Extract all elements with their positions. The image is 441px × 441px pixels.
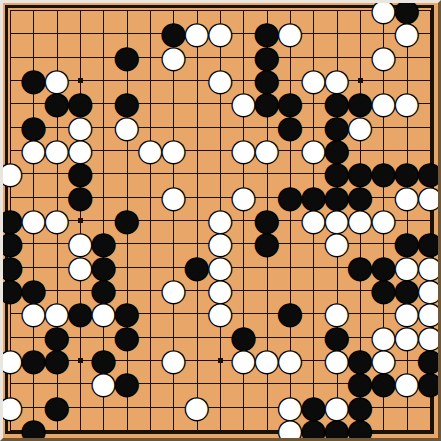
stone-white[interactable]: ●: [162, 138, 185, 161]
stone-white[interactable]: ●: [162, 278, 185, 301]
stone-black[interactable]: ●: [45, 348, 68, 371]
stone-white[interactable]: ●: [372, 208, 395, 231]
stone-black[interactable]: ●: [68, 302, 91, 325]
stone-black[interactable]: ●: [115, 372, 138, 395]
stone-white[interactable]: ●: [45, 208, 68, 231]
stone-white[interactable]: ●: [302, 138, 325, 161]
stone-white[interactable]: ●: [0, 348, 22, 371]
stone-white[interactable]: ●: [45, 138, 68, 161]
stone-white[interactable]: ●: [395, 372, 418, 395]
stone-white[interactable]: ●: [395, 92, 418, 115]
stone-white[interactable]: ●: [0, 162, 22, 185]
stone-white[interactable]: ●: [0, 395, 22, 418]
stone-white[interactable]: ●: [232, 348, 255, 371]
stone-black[interactable]: ●: [185, 255, 208, 278]
stone-white[interactable]: ●: [395, 185, 418, 208]
go-board[interactable]: ●●●●●●●●●●●●●●●●●●●●●●●●●●●●●●●●●●●●●●●●…: [0, 0, 441, 441]
stone-black[interactable]: ●: [255, 92, 278, 115]
stone-white[interactable]: ●: [68, 255, 91, 278]
stone-white[interactable]: ●: [208, 302, 231, 325]
stone-black[interactable]: ●: [278, 115, 301, 138]
stone-white[interactable]: ●: [22, 302, 45, 325]
stone-white[interactable]: ●: [162, 185, 185, 208]
stone-white[interactable]: ●: [278, 22, 301, 45]
stone-black[interactable]: ●: [278, 185, 301, 208]
stone-white[interactable]: ●: [255, 348, 278, 371]
stone-black[interactable]: ●: [115, 45, 138, 68]
stone-black[interactable]: ●: [372, 162, 395, 185]
stone-white[interactable]: ●: [255, 138, 278, 161]
stones-layer: ●●●●●●●●●●●●●●●●●●●●●●●●●●●●●●●●●●●●●●●●…: [0, 0, 441, 441]
stone-white[interactable]: ●: [278, 418, 301, 441]
stone-black[interactable]: ●: [372, 278, 395, 301]
stone-white[interactable]: ●: [232, 185, 255, 208]
stone-white[interactable]: ●: [372, 92, 395, 115]
stone-white[interactable]: ●: [395, 22, 418, 45]
stone-white[interactable]: ●: [325, 232, 348, 255]
stone-white[interactable]: ●: [138, 138, 161, 161]
stone-white[interactable]: ●: [348, 115, 371, 138]
stone-black[interactable]: ●: [45, 395, 68, 418]
stone-white[interactable]: ●: [185, 395, 208, 418]
stone-white[interactable]: ●: [208, 68, 231, 91]
stone-black[interactable]: ●: [22, 68, 45, 91]
stone-black[interactable]: ●: [348, 418, 371, 441]
stone-white[interactable]: ●: [232, 138, 255, 161]
stone-black[interactable]: ●: [372, 372, 395, 395]
stone-black[interactable]: ●: [348, 255, 371, 278]
stone-black[interactable]: ●: [325, 418, 348, 441]
stone-black[interactable]: ●: [115, 208, 138, 231]
stone-white[interactable]: ●: [92, 372, 115, 395]
stone-white[interactable]: ●: [302, 208, 325, 231]
stone-white[interactable]: ●: [372, 45, 395, 68]
stone-white[interactable]: ●: [185, 22, 208, 45]
stone-white[interactable]: ●: [418, 185, 441, 208]
stone-white[interactable]: ●: [348, 208, 371, 231]
stone-black[interactable]: ●: [22, 418, 45, 441]
stone-white[interactable]: ●: [162, 348, 185, 371]
stone-black[interactable]: ●: [68, 185, 91, 208]
stone-white[interactable]: ●: [325, 348, 348, 371]
stone-white[interactable]: ●: [22, 138, 45, 161]
stone-white[interactable]: ●: [278, 348, 301, 371]
stone-white[interactable]: ●: [232, 92, 255, 115]
stone-white[interactable]: ●: [302, 68, 325, 91]
stone-white[interactable]: ●: [92, 302, 115, 325]
stone-white[interactable]: ●: [162, 45, 185, 68]
stone-white[interactable]: ●: [115, 115, 138, 138]
stone-black[interactable]: ●: [418, 372, 441, 395]
stone-white[interactable]: ●: [395, 325, 418, 348]
stone-white[interactable]: ●: [372, 0, 395, 22]
stone-black[interactable]: ●: [115, 325, 138, 348]
stone-black[interactable]: ●: [45, 92, 68, 115]
stone-black[interactable]: ●: [255, 232, 278, 255]
stone-white[interactable]: ●: [208, 22, 231, 45]
stone-white[interactable]: ●: [22, 208, 45, 231]
stone-black[interactable]: ●: [302, 418, 325, 441]
stone-black[interactable]: ●: [22, 348, 45, 371]
stone-black[interactable]: ●: [278, 302, 301, 325]
stone-black[interactable]: ●: [0, 278, 22, 301]
